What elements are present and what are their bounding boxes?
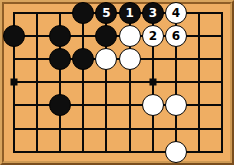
diagram-frame-inner: 513426: [2, 2, 232, 163]
white-stone: 2: [142, 25, 164, 47]
board-cell[interactable]: [95, 24, 118, 47]
grid-line: [82, 81, 84, 94]
board-cell[interactable]: [211, 47, 234, 70]
board-cell[interactable]: [211, 140, 234, 163]
board-cell[interactable]: [188, 140, 211, 163]
board-cell[interactable]: [25, 1, 48, 24]
move-number: 3: [149, 7, 157, 19]
grid-line: [13, 128, 15, 141]
board-cell[interactable]: [95, 94, 118, 117]
grid-line: [82, 128, 84, 141]
black-stone: 3: [142, 2, 164, 24]
board-cell[interactable]: [211, 24, 234, 47]
board-cell[interactable]: [25, 117, 48, 140]
board-cell[interactable]: [118, 24, 141, 47]
move-number: 2: [149, 30, 157, 42]
board-cell[interactable]: [141, 140, 164, 163]
board-cell[interactable]: [2, 117, 25, 140]
board-cell[interactable]: [72, 24, 95, 47]
board-cell[interactable]: [164, 117, 187, 140]
grid-line: [129, 104, 131, 117]
board-cell[interactable]: [48, 140, 71, 163]
grid-line: [59, 12, 61, 25]
board-grid: 513426: [2, 1, 234, 163]
board-cell[interactable]: [141, 117, 164, 140]
board-cell[interactable]: 3: [141, 1, 164, 24]
grid-line: [105, 128, 107, 141]
grid-line: [82, 140, 84, 153]
white-stone: [119, 25, 141, 47]
grid-line: [36, 104, 38, 117]
board-cell[interactable]: [164, 71, 187, 94]
black-stone: [49, 48, 71, 70]
board-cell[interactable]: [211, 117, 234, 140]
board-cell[interactable]: [2, 47, 25, 70]
grid-line: [13, 104, 15, 117]
board-cell[interactable]: [2, 71, 25, 94]
board-cell[interactable]: [25, 71, 48, 94]
grid-line: [221, 128, 223, 141]
board-cell[interactable]: [118, 71, 141, 94]
board-cell[interactable]: [2, 140, 25, 163]
grid-line: [221, 12, 223, 25]
board-cell[interactable]: 5: [95, 1, 118, 24]
board-cell[interactable]: [118, 94, 141, 117]
board-cell[interactable]: [95, 117, 118, 140]
grid-line: [36, 128, 38, 141]
board-cell[interactable]: [211, 94, 234, 117]
board-cell[interactable]: [48, 1, 71, 24]
star-point: [10, 79, 17, 86]
grid-line: [198, 12, 200, 25]
grid-line: [175, 81, 177, 94]
board-cell[interactable]: [48, 47, 71, 70]
board-cell[interactable]: [25, 47, 48, 70]
board-cell[interactable]: [25, 140, 48, 163]
board-cell[interactable]: [188, 117, 211, 140]
board-cell[interactable]: [72, 94, 95, 117]
black-stone: 1: [119, 2, 141, 24]
board-cell[interactable]: [188, 71, 211, 94]
board-cell[interactable]: [118, 117, 141, 140]
grid-line: [175, 58, 177, 71]
board-cell[interactable]: [72, 140, 95, 163]
grid-line: [221, 35, 223, 48]
move-number: 6: [172, 30, 180, 42]
board-cell[interactable]: [48, 117, 71, 140]
board-cell[interactable]: [48, 71, 71, 94]
grid-line: [129, 81, 131, 94]
board-cell[interactable]: [141, 71, 164, 94]
grid-line: [175, 128, 177, 141]
grid-line: [13, 140, 15, 153]
board-cell[interactable]: [188, 94, 211, 117]
grid-line: [36, 81, 38, 94]
black-stone: [72, 2, 94, 24]
diagram-frame: 513426: [0, 0, 234, 165]
grid-line: [129, 128, 131, 141]
black-stone: [95, 25, 117, 47]
grid-line: [105, 104, 107, 117]
black-stone: [3, 25, 25, 47]
black-stone: 5: [95, 2, 117, 24]
grid-line: [36, 35, 38, 48]
grid-line: [198, 104, 200, 117]
grid-line: [59, 81, 61, 94]
white-stone: [142, 94, 164, 116]
board-cell[interactable]: 2: [141, 24, 164, 47]
board-cell[interactable]: [72, 47, 95, 70]
board-cell[interactable]: [141, 47, 164, 70]
move-number: 4: [172, 7, 180, 19]
white-stone: [95, 48, 117, 70]
grid-line: [221, 140, 223, 153]
move-number: 1: [125, 7, 133, 19]
grid-line: [152, 58, 154, 71]
black-stone: [49, 25, 71, 47]
board-cell[interactable]: [141, 94, 164, 117]
grid-line: [221, 104, 223, 117]
grid-line: [36, 58, 38, 71]
board-cell[interactable]: [48, 24, 71, 47]
grid-line: [198, 128, 200, 141]
white-stone: [165, 94, 187, 116]
black-stone: [49, 94, 71, 116]
grid-line: [152, 128, 154, 141]
board-cell[interactable]: [188, 24, 211, 47]
board-cell[interactable]: [95, 140, 118, 163]
grid-line: [59, 140, 61, 153]
white-stone: [165, 141, 187, 163]
board-cell[interactable]: [211, 71, 234, 94]
board-cell[interactable]: [164, 94, 187, 117]
white-stone: 6: [165, 25, 187, 47]
grid-line: [59, 128, 61, 141]
board-cell[interactable]: [2, 94, 25, 117]
board-cell[interactable]: [164, 140, 187, 163]
grid-line: [36, 140, 38, 153]
grid-line: [36, 12, 38, 25]
board-cell[interactable]: [95, 71, 118, 94]
board-cell[interactable]: [25, 24, 48, 47]
grid-line: [13, 12, 15, 25]
black-stone: [72, 48, 94, 70]
move-number: 5: [102, 7, 110, 19]
grid-line: [198, 58, 200, 71]
grid-line: [152, 140, 154, 153]
go-board: 513426: [4, 4, 230, 161]
grid-line: [82, 104, 84, 117]
board-cell[interactable]: [188, 47, 211, 70]
white-stone: [119, 48, 141, 70]
board-cell[interactable]: [211, 1, 234, 24]
board-cell[interactable]: 4: [164, 1, 187, 24]
grid-line: [82, 35, 84, 48]
board-cell[interactable]: 6: [164, 24, 187, 47]
grid-line: [221, 81, 223, 94]
grid-line: [198, 140, 200, 153]
board-cell[interactable]: [118, 47, 141, 70]
board-cell[interactable]: [72, 117, 95, 140]
board-cell[interactable]: [2, 1, 25, 24]
board-cell[interactable]: [164, 47, 187, 70]
white-stone: 4: [165, 2, 187, 24]
board-cell[interactable]: [72, 1, 95, 24]
grid-line: [221, 58, 223, 71]
star-point: [149, 79, 156, 86]
grid-line: [105, 81, 107, 94]
grid-line: [105, 140, 107, 153]
grid-line: [198, 81, 200, 94]
board-cell[interactable]: [72, 71, 95, 94]
board-cell[interactable]: [95, 47, 118, 70]
board-cell[interactable]: [48, 94, 71, 117]
board-cell[interactable]: [188, 1, 211, 24]
grid-line: [129, 140, 131, 153]
grid-line: [198, 35, 200, 48]
board-cell[interactable]: 1: [118, 1, 141, 24]
grid-line: [13, 58, 15, 71]
board-cell[interactable]: [2, 24, 25, 47]
board-cell[interactable]: [25, 94, 48, 117]
board-cell[interactable]: [118, 140, 141, 163]
